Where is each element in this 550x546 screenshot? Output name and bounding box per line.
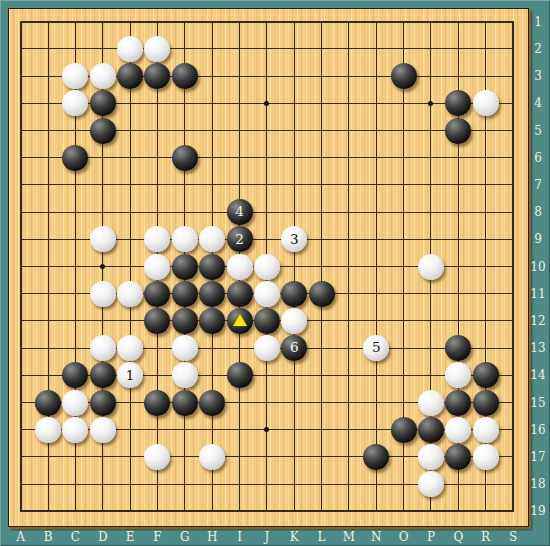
row-label-7: 7 — [534, 178, 542, 192]
column-label-F: F — [153, 530, 161, 544]
stone-white-B16[interactable] — [35, 417, 61, 443]
stone-black-G3[interactable] — [172, 63, 198, 89]
stone-black-R14[interactable] — [473, 362, 499, 388]
row-label-11: 11 — [530, 287, 545, 301]
row-label-19: 19 — [530, 504, 545, 518]
stone-black-G11[interactable] — [172, 281, 198, 307]
row-label-9: 9 — [534, 232, 542, 246]
stone-black-R15[interactable] — [473, 390, 499, 416]
column-label-M: M — [343, 530, 355, 544]
stone-black-C6[interactable] — [62, 145, 88, 171]
stone-black-G15[interactable] — [172, 390, 198, 416]
stone-white-D3[interactable] — [90, 63, 116, 89]
column-label-I: I — [237, 530, 242, 544]
stone-black-H12[interactable] — [199, 308, 225, 334]
row-label-4: 4 — [534, 96, 542, 110]
stone-black-H10[interactable] — [199, 254, 225, 280]
row-label-15: 15 — [530, 396, 545, 410]
row-label-14: 14 — [530, 368, 545, 382]
stone-white-R17[interactable] — [473, 444, 499, 470]
stone-white-P15[interactable] — [418, 390, 444, 416]
stone-black-E3[interactable] — [117, 63, 143, 89]
row-label-6: 6 — [534, 151, 542, 165]
stone-black-F11[interactable] — [144, 281, 170, 307]
stone-black-H11[interactable] — [199, 281, 225, 307]
row-label-5: 5 — [534, 124, 542, 138]
column-label-S: S — [509, 530, 517, 544]
column-label-N: N — [371, 530, 382, 544]
stone-white-G13[interactable] — [172, 335, 198, 361]
stone-black-N17[interactable] — [363, 444, 389, 470]
column-label-G: G — [180, 530, 190, 544]
stone-white-Q16[interactable] — [445, 417, 471, 443]
grid-line-h-19 — [20, 510, 514, 512]
stone-black-I8[interactable]: 4 — [227, 199, 253, 225]
column-label-J: J — [264, 530, 269, 544]
stone-white-C15[interactable] — [62, 390, 88, 416]
stone-black-Q15[interactable] — [445, 390, 471, 416]
stone-white-E11[interactable] — [117, 281, 143, 307]
move-number-label: 4 — [235, 205, 244, 219]
stone-black-L11[interactable] — [309, 281, 335, 307]
stone-black-I9[interactable]: 2 — [227, 226, 253, 252]
row-label-13: 13 — [530, 341, 545, 355]
stone-black-J12[interactable] — [254, 308, 280, 334]
move-number-label: 3 — [290, 233, 299, 247]
column-label-H: H — [207, 530, 217, 544]
stone-black-D5[interactable] — [90, 118, 116, 144]
column-label-A: A — [16, 530, 25, 544]
stone-white-F10[interactable] — [144, 254, 170, 280]
triangle-marker — [233, 314, 247, 326]
column-label-R: R — [481, 530, 490, 544]
stone-black-O3[interactable] — [391, 63, 417, 89]
stone-black-Q5[interactable] — [445, 118, 471, 144]
row-label-3: 3 — [534, 69, 542, 83]
stone-black-B15[interactable] — [35, 390, 61, 416]
stone-black-I12[interactable] — [227, 308, 253, 334]
stone-white-C16[interactable] — [62, 417, 88, 443]
stone-white-R16[interactable] — [473, 417, 499, 443]
column-label-L: L — [318, 530, 326, 544]
stone-white-G14[interactable] — [172, 362, 198, 388]
stone-black-D14[interactable] — [90, 362, 116, 388]
column-label-C: C — [71, 530, 80, 544]
goban-frame: 423651 ABCDEFGHIJKLMNOPQRS 1234567891011… — [0, 0, 550, 546]
stone-white-R4[interactable] — [473, 90, 499, 116]
row-label-18: 18 — [530, 477, 545, 491]
stone-white-P10[interactable] — [418, 254, 444, 280]
grid-line-v-K — [294, 21, 295, 513]
stone-white-D11[interactable] — [90, 281, 116, 307]
column-label-B: B — [44, 530, 53, 544]
stone-black-H15[interactable] — [199, 390, 225, 416]
stone-white-I10[interactable] — [227, 254, 253, 280]
stone-white-E13[interactable] — [117, 335, 143, 361]
stone-white-J11[interactable] — [254, 281, 280, 307]
stone-white-D16[interactable] — [90, 417, 116, 443]
stone-black-I14[interactable] — [227, 362, 253, 388]
grid-line-v-N — [376, 21, 377, 513]
row-label-8: 8 — [534, 205, 542, 219]
move-number-label: 2 — [235, 233, 244, 247]
stone-black-I11[interactable] — [227, 281, 253, 307]
column-label-E: E — [126, 530, 135, 544]
row-label-17: 17 — [530, 450, 545, 464]
row-label-10: 10 — [530, 260, 545, 274]
stone-white-D9[interactable] — [90, 226, 116, 252]
row-label-1: 1 — [534, 15, 542, 29]
stone-white-J13[interactable] — [254, 335, 280, 361]
stone-white-P17[interactable] — [418, 444, 444, 470]
stone-black-D4[interactable] — [90, 90, 116, 116]
grid-line-v-S — [512, 21, 514, 513]
column-label-P: P — [427, 530, 435, 544]
stone-black-G6[interactable] — [172, 145, 198, 171]
stone-white-K12[interactable] — [281, 308, 307, 334]
column-label-Q: Q — [453, 530, 463, 544]
grid-line-v-M — [348, 21, 349, 513]
stone-black-P16[interactable] — [418, 417, 444, 443]
grid-line-v-L — [321, 21, 322, 513]
stone-white-J10[interactable] — [254, 254, 280, 280]
move-number-label: 1 — [126, 369, 135, 383]
stone-white-H17[interactable] — [199, 444, 225, 470]
move-number-label: 5 — [372, 341, 381, 355]
stone-white-D13[interactable] — [90, 335, 116, 361]
stone-white-P18[interactable] — [418, 471, 444, 497]
stone-black-O16[interactable] — [391, 417, 417, 443]
row-label-12: 12 — [530, 314, 545, 328]
column-label-O: O — [399, 530, 409, 544]
move-number-label: 6 — [290, 341, 299, 355]
stone-black-F15[interactable] — [144, 390, 170, 416]
row-label-16: 16 — [530, 423, 545, 437]
stone-white-E2[interactable] — [117, 36, 143, 62]
row-label-2: 2 — [534, 42, 542, 56]
stone-black-Q17[interactable] — [445, 444, 471, 470]
stone-black-D15[interactable] — [90, 390, 116, 416]
stone-black-K11[interactable] — [281, 281, 307, 307]
column-label-K: K — [290, 530, 299, 544]
stone-black-G10[interactable] — [172, 254, 198, 280]
stone-black-G12[interactable] — [172, 308, 198, 334]
column-label-D: D — [98, 530, 108, 544]
stone-white-G9[interactable] — [172, 226, 198, 252]
